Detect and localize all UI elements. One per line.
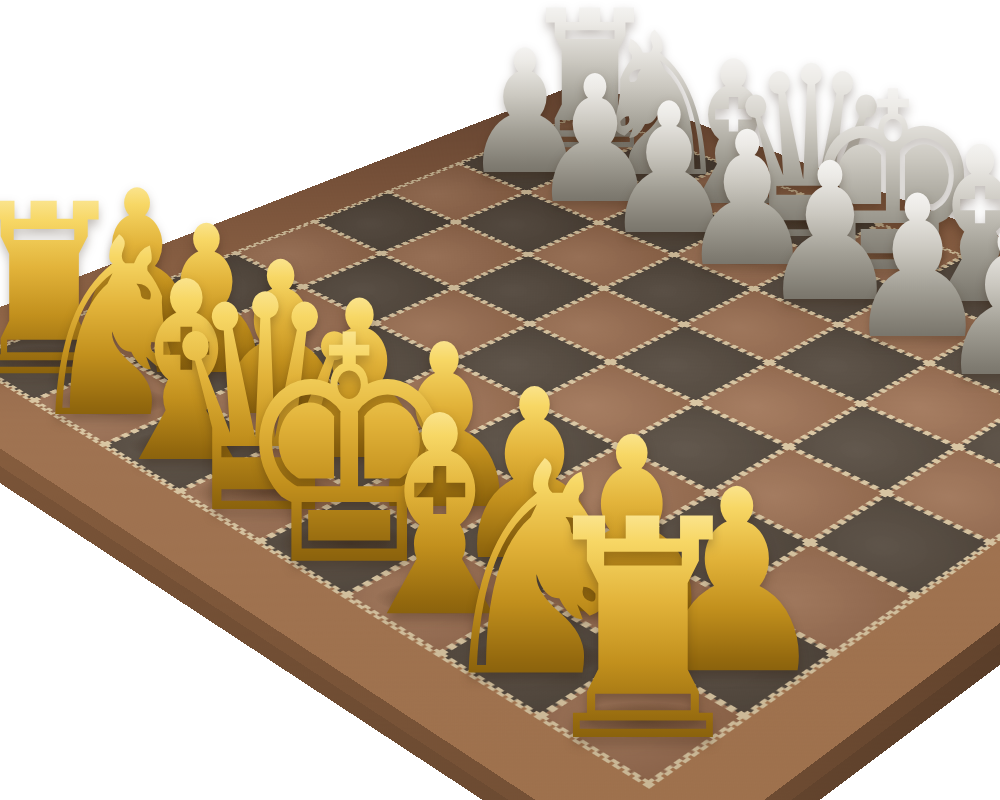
chess-board bbox=[0, 81, 1000, 800]
board-playing-area bbox=[0, 110, 1000, 789]
chess-set-photo: ♜♟♞♟♝♟♛♟♚♟♝♟♟♞♜♟♟♜♞♟♟♝♟♛♟♚♟♝♟♞♟♜ bbox=[0, 0, 1000, 800]
